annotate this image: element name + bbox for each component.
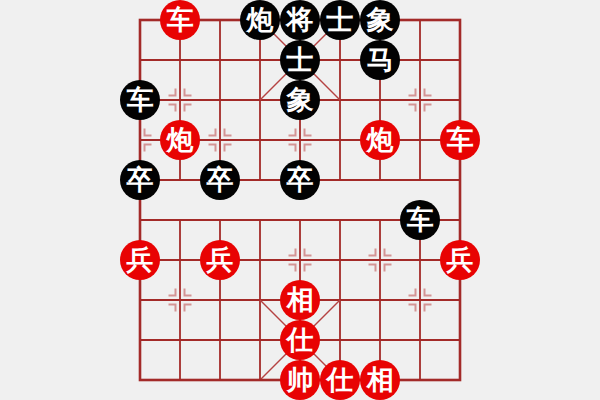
piece-glyph: 车 [127,86,154,113]
piece-black-soldier[interactable]: 卒 [200,160,240,200]
piece-glyph: 炮 [367,126,394,153]
piece-red-advisor[interactable]: 仕 [280,320,320,360]
piece-red-cannon[interactable]: 炮 [160,120,200,160]
piece-black-chariot[interactable]: 车 [400,200,440,240]
piece-glyph: 仕 [327,366,354,393]
piece-glyph: 象 [287,86,314,113]
piece-glyph: 卒 [207,166,234,193]
piece-red-soldier[interactable]: 兵 [200,240,240,280]
piece-black-soldier[interactable]: 卒 [120,160,160,200]
piece-black-horse[interactable]: 马 [360,40,400,80]
piece-red-elephant[interactable]: 相 [360,360,400,400]
piece-black-advisor[interactable]: 士 [320,0,360,40]
piece-glyph: 车 [407,206,434,233]
piece-red-soldier[interactable]: 兵 [440,240,480,280]
piece-glyph: 兵 [127,246,154,273]
piece-glyph: 士 [327,6,354,33]
piece-black-cannon[interactable]: 炮 [240,0,280,40]
piece-black-elephant[interactable]: 象 [360,0,400,40]
piece-black-advisor[interactable]: 士 [280,40,320,80]
piece-black-elephant[interactable]: 象 [280,80,320,120]
piece-glyph: 马 [367,46,394,73]
piece-glyph: 卒 [127,166,154,193]
piece-glyph: 兵 [447,246,474,273]
piece-glyph: 相 [287,286,314,313]
piece-glyph: 车 [167,6,194,33]
piece-red-general[interactable]: 帅 [280,360,320,400]
piece-glyph: 帅 [287,366,314,393]
piece-glyph: 卒 [287,166,314,193]
piece-glyph: 炮 [247,6,274,33]
xiangqi-board[interactable]: 车炮将士象士马车象炮炮车卒卒卒车兵兵兵相仕帅仕相 [120,0,480,400]
piece-black-soldier[interactable]: 卒 [280,160,320,200]
piece-glyph: 车 [447,126,474,153]
xiangqi-screen: 车炮将士象士马车象炮炮车卒卒卒车兵兵兵相仕帅仕相 [0,0,600,400]
piece-red-advisor[interactable]: 仕 [320,360,360,400]
piece-glyph: 炮 [167,126,194,153]
piece-glyph: 士 [287,46,314,73]
piece-glyph: 将 [287,6,314,33]
piece-glyph: 仕 [287,326,314,353]
piece-red-chariot[interactable]: 车 [160,0,200,40]
piece-glyph: 兵 [207,246,234,273]
piece-black-chariot[interactable]: 车 [120,80,160,120]
piece-red-chariot[interactable]: 车 [440,120,480,160]
piece-red-elephant[interactable]: 相 [280,280,320,320]
piece-glyph: 相 [367,366,394,393]
piece-black-general[interactable]: 将 [280,0,320,40]
piece-glyph: 象 [367,6,394,33]
piece-red-cannon[interactable]: 炮 [360,120,400,160]
piece-red-soldier[interactable]: 兵 [120,240,160,280]
